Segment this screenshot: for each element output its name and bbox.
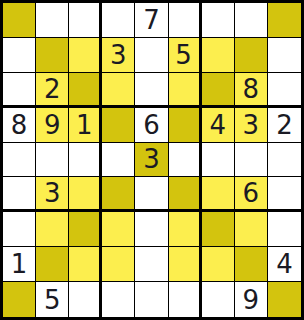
- digit: 8: [243, 76, 260, 102]
- cell-r9c9[interactable]: [268, 282, 301, 317]
- cell-r9c2[interactable]: 5: [36, 282, 69, 317]
- cell-r6c4[interactable]: [102, 177, 135, 212]
- cell-r5c5[interactable]: 3: [135, 143, 168, 178]
- digit: 8: [11, 112, 28, 138]
- cell-r7c5[interactable]: [135, 212, 168, 247]
- cell-r5c2[interactable]: [36, 143, 69, 178]
- cell-r5c8[interactable]: [235, 143, 268, 178]
- cell-r5c4[interactable]: [102, 143, 135, 178]
- cell-r9c6[interactable]: [169, 282, 202, 317]
- cell-r2c7[interactable]: [202, 38, 235, 73]
- cell-r2c8[interactable]: [235, 38, 268, 73]
- cell-r3c8[interactable]: 8: [235, 73, 268, 108]
- cell-r1c1[interactable]: [3, 3, 36, 38]
- cell-r3c3[interactable]: [69, 73, 102, 108]
- digit: 3: [44, 180, 61, 206]
- cell-r1c6[interactable]: [169, 3, 202, 38]
- digit: 1: [11, 251, 28, 277]
- cell-r9c7[interactable]: [202, 282, 235, 317]
- cell-r9c1[interactable]: [3, 282, 36, 317]
- cell-r4c9[interactable]: 2: [268, 108, 301, 143]
- cell-r4c3[interactable]: 1: [69, 108, 102, 143]
- cell-r7c4[interactable]: [102, 212, 135, 247]
- cell-r7c8[interactable]: [235, 212, 268, 247]
- digit: 9: [44, 112, 61, 138]
- cell-r2c4[interactable]: 3: [102, 38, 135, 73]
- digit: 6: [243, 180, 260, 206]
- cell-r4c5[interactable]: 6: [135, 108, 168, 143]
- cell-r8c9[interactable]: 4: [268, 247, 301, 282]
- cell-r3c5[interactable]: [135, 73, 168, 108]
- digit: 6: [143, 112, 160, 138]
- cell-r6c6[interactable]: [169, 177, 202, 212]
- cell-r9c8[interactable]: 9: [235, 282, 268, 317]
- cell-r8c3[interactable]: [69, 247, 102, 282]
- cell-r8c1[interactable]: 1: [3, 247, 36, 282]
- cell-r4c1[interactable]: 8: [3, 108, 36, 143]
- digit: 7: [143, 7, 160, 33]
- cell-r2c5[interactable]: [135, 38, 168, 73]
- sudoku-board: 7352889164323361459: [0, 0, 304, 320]
- cell-r4c4[interactable]: [102, 108, 135, 143]
- cell-r7c3[interactable]: [69, 212, 102, 247]
- digit: 5: [44, 287, 61, 313]
- cell-r9c5[interactable]: [135, 282, 168, 317]
- cell-r9c3[interactable]: [69, 282, 102, 317]
- cell-r6c5[interactable]: [135, 177, 168, 212]
- cell-r1c9[interactable]: [268, 3, 301, 38]
- cell-r1c5[interactable]: 7: [135, 3, 168, 38]
- cell-r8c8[interactable]: [235, 247, 268, 282]
- digit: 5: [175, 42, 192, 68]
- cell-r5c7[interactable]: [202, 143, 235, 178]
- digit: 4: [276, 251, 293, 277]
- cell-r5c9[interactable]: [268, 143, 301, 178]
- digit: 1: [76, 112, 93, 138]
- cell-r4c7[interactable]: 4: [202, 108, 235, 143]
- cell-r5c1[interactable]: [3, 143, 36, 178]
- cell-r1c2[interactable]: [36, 3, 69, 38]
- cell-r1c4[interactable]: [102, 3, 135, 38]
- cell-r4c6[interactable]: [169, 108, 202, 143]
- cell-r7c7[interactable]: [202, 212, 235, 247]
- cell-r9c4[interactable]: [102, 282, 135, 317]
- cell-r6c7[interactable]: [202, 177, 235, 212]
- cell-r2c6[interactable]: 5: [169, 38, 202, 73]
- digit: 2: [44, 76, 61, 102]
- cell-r5c3[interactable]: [69, 143, 102, 178]
- cell-r3c6[interactable]: [169, 73, 202, 108]
- digit: 2: [276, 112, 293, 138]
- cell-r2c9[interactable]: [268, 38, 301, 73]
- digit: 3: [110, 42, 127, 68]
- cell-r8c6[interactable]: [169, 247, 202, 282]
- cell-r5c6[interactable]: [169, 143, 202, 178]
- cell-r1c7[interactable]: [202, 3, 235, 38]
- cell-r3c7[interactable]: [202, 73, 235, 108]
- cell-r6c2[interactable]: 3: [36, 177, 69, 212]
- cell-r1c3[interactable]: [69, 3, 102, 38]
- digit: 3: [243, 112, 260, 138]
- cell-r4c8[interactable]: 3: [235, 108, 268, 143]
- digit: 9: [243, 287, 260, 313]
- digit: 3: [143, 146, 160, 172]
- cell-r2c2[interactable]: [36, 38, 69, 73]
- cell-r3c1[interactable]: [3, 73, 36, 108]
- cell-r8c7[interactable]: [202, 247, 235, 282]
- cell-r6c8[interactable]: 6: [235, 177, 268, 212]
- cell-r6c3[interactable]: [69, 177, 102, 212]
- cell-r7c6[interactable]: [169, 212, 202, 247]
- cell-r2c3[interactable]: [69, 38, 102, 73]
- cell-r2c1[interactable]: [3, 38, 36, 73]
- cell-r8c4[interactable]: [102, 247, 135, 282]
- cell-r1c8[interactable]: [235, 3, 268, 38]
- cell-r7c9[interactable]: [268, 212, 301, 247]
- cell-r7c1[interactable]: [3, 212, 36, 247]
- cell-r8c2[interactable]: [36, 247, 69, 282]
- cell-r6c1[interactable]: [3, 177, 36, 212]
- cell-r8c5[interactable]: [135, 247, 168, 282]
- cell-r7c2[interactable]: [36, 212, 69, 247]
- cell-r4c2[interactable]: 9: [36, 108, 69, 143]
- cell-r3c2[interactable]: 2: [36, 73, 69, 108]
- cell-r3c9[interactable]: [268, 73, 301, 108]
- cell-r3c4[interactable]: [102, 73, 135, 108]
- digit: 4: [209, 112, 226, 138]
- cell-r6c9[interactable]: [268, 177, 301, 212]
